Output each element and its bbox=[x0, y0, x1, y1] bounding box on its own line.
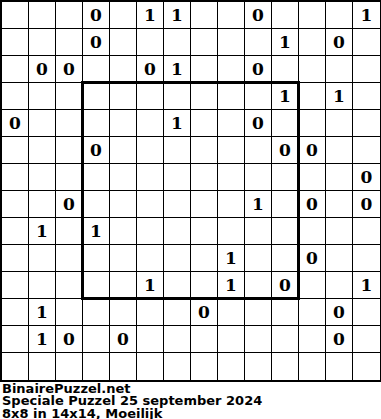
cell-r10c0[interactable] bbox=[2, 272, 29, 299]
cell-r0c9: 0 bbox=[245, 2, 272, 29]
cell-r10c11[interactable] bbox=[299, 272, 326, 299]
cell-r12c1: 1 bbox=[29, 326, 56, 353]
cell-r10c6[interactable] bbox=[164, 272, 191, 299]
puzzle-grid: 0110101000010110100000010011101101100100… bbox=[0, 0, 381, 382]
binary-puzzle: 0110101000010110100000010011101101100100… bbox=[0, 0, 381, 382]
cell-r7c12[interactable] bbox=[326, 191, 353, 218]
cell-r4c12[interactable] bbox=[326, 110, 353, 137]
cell-r4c3[interactable] bbox=[83, 110, 110, 137]
cell-r0c4[interactable] bbox=[110, 2, 137, 29]
cell-r9c10[interactable] bbox=[272, 245, 299, 272]
cell-r5c3: 0 bbox=[83, 137, 110, 164]
cell-r7c0[interactable] bbox=[2, 191, 29, 218]
cell-r11c12: 0 bbox=[326, 299, 353, 326]
cell-r2c12[interactable] bbox=[326, 56, 353, 83]
cell-r13c13[interactable] bbox=[353, 353, 380, 380]
cell-r7c1[interactable] bbox=[29, 191, 56, 218]
cell-r5c11: 0 bbox=[299, 137, 326, 164]
cell-r7c13: 0 bbox=[353, 191, 380, 218]
cell-r1c4[interactable] bbox=[110, 29, 137, 56]
cell-r8c12[interactable] bbox=[326, 218, 353, 245]
cell-r12c12: 0 bbox=[326, 326, 353, 353]
cell-r11c9[interactable] bbox=[245, 299, 272, 326]
cell-r8c2[interactable] bbox=[56, 218, 83, 245]
cell-r2c1: 0 bbox=[29, 56, 56, 83]
cell-r13c12[interactable] bbox=[326, 353, 353, 380]
cell-r2c10[interactable] bbox=[272, 56, 299, 83]
cell-r1c1[interactable] bbox=[29, 29, 56, 56]
cell-r11c0[interactable] bbox=[2, 299, 29, 326]
puzzle-info: 8x8 in 14x14, Moeilijk bbox=[2, 408, 381, 419]
cell-r9c12[interactable] bbox=[326, 245, 353, 272]
cell-r6c5[interactable] bbox=[137, 164, 164, 191]
cell-r10c8: 1 bbox=[218, 272, 245, 299]
cell-r8c9[interactable] bbox=[245, 218, 272, 245]
cell-r2c6: 1 bbox=[164, 56, 191, 83]
cell-r1c2[interactable] bbox=[56, 29, 83, 56]
cell-r3c7[interactable] bbox=[191, 83, 218, 110]
cell-r4c4[interactable] bbox=[110, 110, 137, 137]
cell-r9c3[interactable] bbox=[83, 245, 110, 272]
cell-r0c7[interactable] bbox=[191, 2, 218, 29]
cell-r5c2[interactable] bbox=[56, 137, 83, 164]
cell-r1c8[interactable] bbox=[218, 29, 245, 56]
cell-r0c13: 1 bbox=[353, 2, 380, 29]
cell-r6c7[interactable] bbox=[191, 164, 218, 191]
cell-r11c8[interactable] bbox=[218, 299, 245, 326]
cell-r9c5[interactable] bbox=[137, 245, 164, 272]
cell-r12c0[interactable] bbox=[2, 326, 29, 353]
cell-r0c5: 1 bbox=[137, 2, 164, 29]
cell-r0c2[interactable] bbox=[56, 2, 83, 29]
cell-r13c5[interactable] bbox=[137, 353, 164, 380]
cell-r13c1[interactable] bbox=[29, 353, 56, 380]
cell-r12c3[interactable] bbox=[83, 326, 110, 353]
cell-r3c13[interactable] bbox=[353, 83, 380, 110]
cell-r5c6[interactable] bbox=[164, 137, 191, 164]
cell-r13c7[interactable] bbox=[191, 353, 218, 380]
cell-r1c5[interactable] bbox=[137, 29, 164, 56]
cell-r6c1[interactable] bbox=[29, 164, 56, 191]
cell-r1c13[interactable] bbox=[353, 29, 380, 56]
footer: BinairePuzzel.net Speciale Puzzel 25 sep… bbox=[0, 382, 381, 419]
cell-r8c10[interactable] bbox=[272, 218, 299, 245]
cell-r4c9: 0 bbox=[245, 110, 272, 137]
cell-r10c3[interactable] bbox=[83, 272, 110, 299]
cell-r1c6[interactable] bbox=[164, 29, 191, 56]
cell-r12c11[interactable] bbox=[299, 326, 326, 353]
cell-r6c0[interactable] bbox=[2, 164, 29, 191]
cell-r10c4[interactable] bbox=[110, 272, 137, 299]
cell-r3c11[interactable] bbox=[299, 83, 326, 110]
cell-r3c4[interactable] bbox=[110, 83, 137, 110]
cell-r5c5[interactable] bbox=[137, 137, 164, 164]
cell-r9c11: 0 bbox=[299, 245, 326, 272]
cell-r3c5[interactable] bbox=[137, 83, 164, 110]
cell-r8c5[interactable] bbox=[137, 218, 164, 245]
cell-r1c11[interactable] bbox=[299, 29, 326, 56]
cell-r7c5[interactable] bbox=[137, 191, 164, 218]
cell-r1c7[interactable] bbox=[191, 29, 218, 56]
cell-r7c9: 1 bbox=[245, 191, 272, 218]
cell-r9c13[interactable] bbox=[353, 245, 380, 272]
cell-r13c3[interactable] bbox=[83, 353, 110, 380]
cell-r10c1[interactable] bbox=[29, 272, 56, 299]
cell-r2c13[interactable] bbox=[353, 56, 380, 83]
cell-r10c9[interactable] bbox=[245, 272, 272, 299]
cell-r5c13[interactable] bbox=[353, 137, 380, 164]
cell-r11c5[interactable] bbox=[137, 299, 164, 326]
cell-r13c11[interactable] bbox=[299, 353, 326, 380]
cell-r5c1[interactable] bbox=[29, 137, 56, 164]
cell-r9c8: 1 bbox=[218, 245, 245, 272]
cell-r2c9: 0 bbox=[245, 56, 272, 83]
cell-r11c6[interactable] bbox=[164, 299, 191, 326]
cell-r13c8[interactable] bbox=[218, 353, 245, 380]
cell-r2c7[interactable] bbox=[191, 56, 218, 83]
cell-r2c5: 0 bbox=[137, 56, 164, 83]
cell-r12c4: 0 bbox=[110, 326, 137, 353]
cell-r7c6[interactable] bbox=[164, 191, 191, 218]
cell-r4c10[interactable] bbox=[272, 110, 299, 137]
cell-r5c12[interactable] bbox=[326, 137, 353, 164]
cell-r10c2[interactable] bbox=[56, 272, 83, 299]
cell-r5c0[interactable] bbox=[2, 137, 29, 164]
cell-r11c2[interactable] bbox=[56, 299, 83, 326]
cell-r12c7[interactable] bbox=[191, 326, 218, 353]
cell-r10c13: 1 bbox=[353, 272, 380, 299]
cell-r3c10: 1 bbox=[272, 83, 299, 110]
cell-r8c0[interactable] bbox=[2, 218, 29, 245]
cell-r0c1[interactable] bbox=[29, 2, 56, 29]
cell-r7c4[interactable] bbox=[110, 191, 137, 218]
cell-r11c4[interactable] bbox=[110, 299, 137, 326]
cell-r13c6[interactable] bbox=[164, 353, 191, 380]
cell-r6c9[interactable] bbox=[245, 164, 272, 191]
cell-r2c3[interactable] bbox=[83, 56, 110, 83]
cell-r4c2[interactable] bbox=[56, 110, 83, 137]
cell-r8c7[interactable] bbox=[191, 218, 218, 245]
cell-r3c2[interactable] bbox=[56, 83, 83, 110]
cell-r4c13[interactable] bbox=[353, 110, 380, 137]
cell-r11c7: 0 bbox=[191, 299, 218, 326]
cell-r12c5[interactable] bbox=[137, 326, 164, 353]
cell-r2c8[interactable] bbox=[218, 56, 245, 83]
cell-r0c0[interactable] bbox=[2, 2, 29, 29]
cell-r4c1[interactable] bbox=[29, 110, 56, 137]
cell-r6c13: 0 bbox=[353, 164, 380, 191]
cell-r7c7[interactable] bbox=[191, 191, 218, 218]
cell-r6c6[interactable] bbox=[164, 164, 191, 191]
cell-r9c2[interactable] bbox=[56, 245, 83, 272]
cell-r6c12[interactable] bbox=[326, 164, 353, 191]
cell-r1c10: 1 bbox=[272, 29, 299, 56]
cell-r4c11[interactable] bbox=[299, 110, 326, 137]
cell-r0c6: 1 bbox=[164, 2, 191, 29]
cell-r0c8[interactable] bbox=[218, 2, 245, 29]
cell-r5c8[interactable] bbox=[218, 137, 245, 164]
cell-r1c12: 0 bbox=[326, 29, 353, 56]
cell-r6c8[interactable] bbox=[218, 164, 245, 191]
cell-r4c6: 1 bbox=[164, 110, 191, 137]
cell-r7c11: 0 bbox=[299, 191, 326, 218]
cell-r1c9[interactable] bbox=[245, 29, 272, 56]
cell-r11c10[interactable] bbox=[272, 299, 299, 326]
cell-r8c4[interactable] bbox=[110, 218, 137, 245]
cell-r9c0[interactable] bbox=[2, 245, 29, 272]
cell-r5c10: 0 bbox=[272, 137, 299, 164]
cell-r5c4[interactable] bbox=[110, 137, 137, 164]
cell-r12c8[interactable] bbox=[218, 326, 245, 353]
cell-r13c9[interactable] bbox=[245, 353, 272, 380]
cell-r12c9[interactable] bbox=[245, 326, 272, 353]
cell-r12c6[interactable] bbox=[164, 326, 191, 353]
cell-r3c0[interactable] bbox=[2, 83, 29, 110]
cell-r4c5[interactable] bbox=[137, 110, 164, 137]
cell-r6c3[interactable] bbox=[83, 164, 110, 191]
cell-r11c11[interactable] bbox=[299, 299, 326, 326]
cell-r13c10[interactable] bbox=[272, 353, 299, 380]
cell-r0c12[interactable] bbox=[326, 2, 353, 29]
cell-r5c9[interactable] bbox=[245, 137, 272, 164]
cell-r6c2[interactable] bbox=[56, 164, 83, 191]
cell-r3c3[interactable] bbox=[83, 83, 110, 110]
cell-r8c11[interactable] bbox=[299, 218, 326, 245]
cell-r8c3: 1 bbox=[83, 218, 110, 245]
cell-r6c10[interactable] bbox=[272, 164, 299, 191]
cell-r8c6[interactable] bbox=[164, 218, 191, 245]
cell-r2c0[interactable] bbox=[2, 56, 29, 83]
cell-r11c1: 1 bbox=[29, 299, 56, 326]
cell-r9c4[interactable] bbox=[110, 245, 137, 272]
cell-r3c9[interactable] bbox=[245, 83, 272, 110]
cell-r4c8[interactable] bbox=[218, 110, 245, 137]
cell-r9c6[interactable] bbox=[164, 245, 191, 272]
cell-r8c1: 1 bbox=[29, 218, 56, 245]
cell-r10c12[interactable] bbox=[326, 272, 353, 299]
cell-r7c2: 0 bbox=[56, 191, 83, 218]
cell-r3c1[interactable] bbox=[29, 83, 56, 110]
cell-r12c10[interactable] bbox=[272, 326, 299, 353]
cell-r9c9[interactable] bbox=[245, 245, 272, 272]
cell-r8c13[interactable] bbox=[353, 218, 380, 245]
cell-r10c10: 0 bbox=[272, 272, 299, 299]
cell-r4c7[interactable] bbox=[191, 110, 218, 137]
cell-r0c10[interactable] bbox=[272, 2, 299, 29]
cell-r12c13[interactable] bbox=[353, 326, 380, 353]
cell-r11c3[interactable] bbox=[83, 299, 110, 326]
cell-r3c8[interactable] bbox=[218, 83, 245, 110]
cell-r11c13[interactable] bbox=[353, 299, 380, 326]
cell-r7c3[interactable] bbox=[83, 191, 110, 218]
cell-r3c6[interactable] bbox=[164, 83, 191, 110]
cell-r7c8[interactable] bbox=[218, 191, 245, 218]
cell-r13c0[interactable] bbox=[2, 353, 29, 380]
cell-r0c3: 0 bbox=[83, 2, 110, 29]
cell-r9c7[interactable] bbox=[191, 245, 218, 272]
cell-r12c2: 0 bbox=[56, 326, 83, 353]
cell-r3c12: 1 bbox=[326, 83, 353, 110]
cell-r8c8[interactable] bbox=[218, 218, 245, 245]
cell-r6c4[interactable] bbox=[110, 164, 137, 191]
cell-r6c11[interactable] bbox=[299, 164, 326, 191]
cell-r13c4[interactable] bbox=[110, 353, 137, 380]
cell-r10c5: 1 bbox=[137, 272, 164, 299]
cell-r7c10[interactable] bbox=[272, 191, 299, 218]
cell-r10c7[interactable] bbox=[191, 272, 218, 299]
cell-r13c2[interactable] bbox=[56, 353, 83, 380]
cell-r2c2: 0 bbox=[56, 56, 83, 83]
cell-r0c11[interactable] bbox=[299, 2, 326, 29]
cell-r4c0: 0 bbox=[2, 110, 29, 137]
cell-r1c0[interactable] bbox=[2, 29, 29, 56]
cell-r5c7[interactable] bbox=[191, 137, 218, 164]
cell-r2c4[interactable] bbox=[110, 56, 137, 83]
cell-r1c3: 0 bbox=[83, 29, 110, 56]
cell-r2c11[interactable] bbox=[299, 56, 326, 83]
cell-r9c1[interactable] bbox=[29, 245, 56, 272]
